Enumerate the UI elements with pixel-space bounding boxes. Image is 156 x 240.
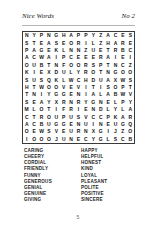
grid-cell-r15c2: O (30, 136, 37, 143)
grid-cell-r11c13: Y (112, 106, 119, 113)
grid-cell-r11c11: D (97, 106, 104, 113)
grid-cell-r14c1: O (23, 128, 30, 135)
grid-cell-r6c6: U (60, 69, 67, 76)
grid-cell-r5c8: O (75, 62, 82, 69)
grid-cell-r4c7: C (67, 54, 74, 61)
grid-cell-r1c2: Y (30, 32, 37, 39)
grid-cell-r13c7: E (67, 121, 74, 128)
grid-cell-r11c8: I (75, 106, 82, 113)
grid-cell-r10c13: L (112, 99, 119, 106)
grid-cell-r15c13: S (112, 136, 119, 143)
grid-cell-r6c14: O (119, 69, 126, 76)
grid-cell-r5c14: C (119, 62, 126, 69)
grid-cell-r5c11: P (97, 62, 104, 69)
grid-cell-r2c11: Z (97, 39, 104, 46)
grid-cell-r9c12: A (104, 91, 111, 98)
grid-cell-r7c15: S (127, 76, 134, 83)
grid-cell-r1c9: P (82, 32, 89, 39)
word-list: CARINGCHEERYCORDIALFRIENDLYFUNNYGENEROUS… (24, 148, 137, 203)
grid-cell-r6c8: Y (75, 69, 82, 76)
grid-cell-r1c11: Z (97, 32, 104, 39)
grid-cell-r2c6: E (60, 39, 67, 46)
grid-cell-r6c5: D (53, 69, 60, 76)
grid-cell-r4c10: E (90, 54, 97, 61)
grid-cell-r14c11: G (97, 128, 104, 135)
word-item: SINCERE (81, 197, 137, 203)
grid-cell-r12c8: S (75, 113, 82, 120)
grid-cell-r11c5: I (53, 106, 60, 113)
grid-cell-r6c7: L (67, 69, 74, 76)
word-list-right-column: HAPPYHELPFULHONESTKINDLOYALPLEASANTPOLIT… (81, 148, 137, 203)
grid-cell-r13c15: Q (127, 121, 134, 128)
grid-cell-r2c1: S (23, 39, 30, 46)
word-item: GIVING (24, 197, 81, 203)
grid-cell-r12c1: C (23, 113, 30, 120)
grid-cell-r8c14: P (119, 84, 126, 91)
grid-cell-r14c12: I (104, 128, 111, 135)
grid-cell-r9c13: B (112, 91, 119, 98)
grid-cell-r14c4: S (45, 128, 52, 135)
grid-cell-r9c2: N (30, 91, 37, 98)
grid-cell-r9c9: I (82, 91, 89, 98)
grid-cell-r13c10: I (90, 121, 97, 128)
grid-cell-r7c12: A (104, 76, 111, 83)
word-search-grid: NYPNGHAPPYZACESSTEASEORILZHAREPAGEKLNNZU… (22, 31, 135, 144)
grid-cell-r13c4: U (45, 121, 52, 128)
grid-cell-r3c9: Z (82, 47, 89, 54)
grid-cell-r1c4: N (45, 32, 52, 39)
grid-cell-r14c5: V (53, 128, 60, 135)
grid-cell-r4c15: I (127, 54, 134, 61)
grid-cell-r8c11: I (97, 84, 104, 91)
grid-cell-r3c2: A (30, 47, 37, 54)
grid-cell-r8c3: W (38, 84, 45, 91)
grid-cell-r9c14: W (119, 91, 126, 98)
grid-cell-r9c15: V (127, 91, 134, 98)
header-rule (22, 25, 135, 26)
grid-cell-r3c10: U (90, 47, 97, 54)
grid-cell-r5c3: B (38, 62, 45, 69)
grid-cell-r10c6: R (60, 99, 67, 106)
grid-cell-r13c8: N (75, 121, 82, 128)
grid-cell-r12c7: U (67, 113, 74, 120)
grid-cell-r1c14: E (119, 32, 126, 39)
grid-cell-r8c13: O (112, 84, 119, 91)
grid-cell-r7c1: S (23, 76, 30, 83)
grid-cell-r10c7: N (67, 99, 74, 106)
grid-cell-r12c4: O (45, 113, 52, 120)
grid-cell-r13c11: N (97, 121, 104, 128)
puzzle-title: Nice Words (22, 12, 54, 20)
grid-cell-r13c13: U (112, 121, 119, 128)
grid-cell-r4c9: E (82, 54, 89, 61)
grid-cell-r14c14: Z (119, 128, 126, 135)
grid-cell-r1c7: A (67, 32, 74, 39)
grid-cell-r2c12: H (104, 39, 111, 46)
grid-cell-r13c3: B (38, 121, 45, 128)
grid-cell-r8c15: T (127, 84, 134, 91)
grid-cell-r4c8: E (75, 54, 82, 61)
grid-cell-r13c2: C (30, 121, 37, 128)
grid-cell-r8c7: E (67, 84, 74, 91)
grid-cell-r15c8: E (75, 136, 82, 143)
grid-cell-r3c5: K (53, 47, 60, 54)
grid-cell-r8c9: I (82, 84, 89, 91)
grid-cell-r3c6: L (60, 47, 67, 54)
grid-cell-r2c10: L (90, 39, 97, 46)
grid-cell-r14c8: R (75, 128, 82, 135)
grid-cell-r8c8: V (75, 84, 82, 91)
grid-cell-r13c6: G (60, 121, 67, 128)
grid-cell-r7c9: H (82, 76, 89, 83)
grid-cell-r4c13: I (112, 54, 119, 61)
grid-cell-r15c7: N (67, 136, 74, 143)
grid-cell-r2c7: O (67, 39, 74, 46)
grid-cell-r9c5: G (53, 91, 60, 98)
grid-cell-r10c2: E (30, 99, 37, 106)
grid-cell-r7c10: D (90, 76, 97, 83)
grid-cell-r5c5: N (53, 62, 60, 69)
grid-cell-r8c4: O (45, 84, 52, 91)
grid-cell-r7c4: Q (45, 76, 52, 83)
grid-cell-r3c12: T (104, 47, 111, 54)
grid-cell-r8c6: V (60, 84, 67, 91)
puzzle-page: Nice Words No 2 NYPNGHAPPYZACESSTEASEORI… (0, 0, 156, 240)
grid-cell-r6c11: T (97, 69, 104, 76)
grid-cell-r9c7: E (67, 91, 74, 98)
grid-cell-r14c2: E (30, 128, 37, 135)
grid-cell-r12c13: K (112, 113, 119, 120)
grid-cell-r11c10: N (90, 106, 97, 113)
grid-cell-r10c15: Y (127, 99, 134, 106)
grid-cell-r4c5: I (53, 54, 60, 61)
grid-cell-r5c1: O (23, 62, 30, 69)
grid-cell-r3c13: R (112, 47, 119, 54)
grid-cell-r7c8: C (75, 76, 82, 83)
grid-cell-r7c3: S (38, 76, 45, 83)
page-number: 5 (0, 214, 156, 220)
grid-cell-r4c14: E (119, 54, 126, 61)
grid-cell-r7c7: W (67, 76, 74, 83)
grid-cell-r12c5: U (53, 113, 60, 120)
grid-cell-r11c1: M (23, 106, 30, 113)
grid-cell-r3c4: E (45, 47, 52, 54)
grid-cell-r5c2: U (30, 62, 37, 69)
grid-cell-r7c13: X (112, 76, 119, 83)
grid-cell-r7c5: K (53, 76, 60, 83)
grid-cell-r10c11: N (97, 99, 104, 106)
grid-cell-r4c3: W (38, 54, 45, 61)
grid-cell-r14c10: X (90, 128, 97, 135)
grid-cell-r12c11: C (97, 113, 104, 120)
grid-cell-r5c15: Z (127, 62, 134, 69)
grid-cell-r14c13: J (112, 128, 119, 135)
grid-cell-r13c9: U (82, 121, 89, 128)
grid-cell-r6c15: O (127, 69, 134, 76)
word-list-left-column: CARINGCHEERYCORDIALFRIENDLYFUNNYGENEROUS… (24, 148, 81, 203)
grid-cell-r3c11: E (97, 47, 104, 54)
grid-cell-r4c2: C (30, 54, 37, 61)
grid-cell-r10c14: P (119, 99, 126, 106)
grid-cell-r9c10: A (90, 91, 97, 98)
grid-cell-r12c9: V (82, 113, 89, 120)
grid-cell-r6c10: O (90, 69, 97, 76)
grid-cell-r12c3: R (38, 113, 45, 120)
grid-cell-r9c11: L (97, 91, 104, 98)
puzzle-number: No 2 (122, 12, 135, 20)
grid-cell-r10c8: R (75, 99, 82, 106)
grid-cell-r6c2: I (30, 69, 37, 76)
grid-cell-r8c2: T (30, 84, 37, 91)
grid-cell-r2c15: E (127, 39, 134, 46)
grid-cell-r2c9: I (82, 39, 89, 46)
grid-cell-r5c7: O (67, 62, 74, 69)
grid-cell-r12c2: T (30, 113, 37, 120)
grid-cell-r12c12: P (104, 113, 111, 120)
grid-cell-r1c12: A (104, 32, 111, 39)
grid-cell-r14c9: N (82, 128, 89, 135)
grid-cell-r11c3: O (38, 106, 45, 113)
grid-cell-r2c5: S (53, 39, 60, 46)
grid-cell-r13c1: A (23, 121, 30, 128)
grid-cell-r10c12: E (104, 99, 111, 106)
grid-cell-r8c1: H (23, 84, 30, 91)
grid-cell-r5c6: F (60, 62, 67, 69)
grid-cell-r11c2: L (30, 106, 37, 113)
grid-cell-r8c10: T (90, 84, 97, 91)
grid-cell-r5c9: R (82, 62, 89, 69)
grid-cell-r7c14: W (119, 76, 126, 83)
grid-cell-r2c8: R (75, 39, 82, 46)
grid-cell-r7c6: L (60, 76, 67, 83)
grid-cell-r7c11: U (97, 76, 104, 83)
grid-cell-r1c1: N (23, 32, 30, 39)
grid-cell-r15c3: O (38, 136, 45, 143)
grid-cell-r11c12: L (104, 106, 111, 113)
grid-cell-r2c2: T (30, 39, 37, 46)
grid-cell-r6c13: G (112, 69, 119, 76)
grid-cell-r6c12: N (104, 69, 111, 76)
grid-cell-r15c9: C (82, 136, 89, 143)
grid-cell-r4c6: P (60, 54, 67, 61)
grid-cell-r10c4: Y (45, 99, 52, 106)
grid-cell-r14c6: E (60, 128, 67, 135)
grid-cell-r7c2: U (30, 76, 37, 83)
grid-cell-r3c1: P (23, 47, 30, 54)
grid-cell-r15c5: J (53, 136, 60, 143)
grid-cell-r1c13: C (112, 32, 119, 39)
grid-cell-r12c6: P (60, 113, 67, 120)
grid-cell-r8c5: O (53, 84, 60, 91)
grid-cell-r10c9: Y (82, 99, 89, 106)
grid-cell-r6c9: R (82, 69, 89, 76)
grid-cell-r2c14: R (119, 39, 126, 46)
grid-cell-r14c3: W (38, 128, 45, 135)
grid-cell-r15c11: G (97, 136, 104, 143)
grid-cell-r15c6: U (60, 136, 67, 143)
grid-cell-r5c10: S (90, 62, 97, 69)
grid-cell-r3c8: N (75, 47, 82, 54)
grid-cell-r9c4: Y (45, 91, 52, 98)
grid-cell-r15c12: L (104, 136, 111, 143)
grid-cell-r15c1: I (23, 136, 30, 143)
grid-cell-r13c5: G (53, 121, 60, 128)
grid-cell-r14c15: O (127, 128, 134, 135)
grid-cell-r1c15: S (127, 32, 134, 39)
grid-cell-r2c4: A (45, 39, 52, 46)
grid-cell-r2c13: A (112, 39, 119, 46)
grid-cell-r13c12: E (104, 121, 111, 128)
grid-cell-r3c3: G (38, 47, 45, 54)
grid-cell-r15c10: Y (90, 136, 97, 143)
grid-cell-r1c6: H (60, 32, 67, 39)
grid-cell-r11c14: L (119, 106, 126, 113)
grid-cell-r11c15: A (127, 106, 134, 113)
grid-cell-r12c14: A (119, 113, 126, 120)
grid-cell-r10c1: S (23, 99, 30, 106)
grid-cell-r11c7: R (67, 106, 74, 113)
grid-cell-r4c1: A (23, 54, 30, 61)
grid-cell-r12c15: R (127, 113, 134, 120)
grid-cell-r5c12: T (104, 62, 111, 69)
grid-cell-r3c14: B (119, 47, 126, 54)
grid-cell-r15c15: B (127, 136, 134, 143)
grid-cell-r10c3: A (38, 99, 45, 106)
grid-cell-r1c8: P (75, 32, 82, 39)
grid-cell-r9c8: N (75, 91, 82, 98)
grid-cell-r6c3: E (38, 69, 45, 76)
grid-cell-r6c4: X (45, 69, 52, 76)
grid-cell-r9c1: T (23, 91, 30, 98)
grid-cell-r5c13: N (112, 62, 119, 69)
grid-cell-r1c3: P (38, 32, 45, 39)
grid-cell-r4c11: R (97, 54, 104, 61)
grid-cell-r1c10: Y (90, 32, 97, 39)
grid-cell-r13c14: G (119, 121, 126, 128)
grid-cell-r3c15: C (127, 47, 134, 54)
grid-cell-r11c4: T (45, 106, 52, 113)
grid-cell-r11c6: F (60, 106, 67, 113)
grid-cell-r15c4: O (45, 136, 52, 143)
grid-cell-r6c1: K (23, 69, 30, 76)
grid-cell-r4c4: A (45, 54, 52, 61)
grid-cell-r2c3: E (38, 39, 45, 46)
grid-cell-r12c10: C (90, 113, 97, 120)
grid-cell-r10c5: X (53, 99, 60, 106)
grid-cell-r3c7: N (67, 47, 74, 54)
grid-cell-r10c10: G (90, 99, 97, 106)
grid-cell-r5c4: T (45, 62, 52, 69)
grid-cell-r11c9: E (82, 106, 89, 113)
page-header: Nice Words No 2 (22, 12, 135, 20)
grid-cell-r1c5: G (53, 32, 60, 39)
grid-cell-r14c7: U (67, 128, 74, 135)
grid-cell-r9c3: I (38, 91, 45, 98)
grid-cell-r8c12: S (104, 84, 111, 91)
grid-cell-r9c6: G (60, 91, 67, 98)
grid-cell-r15c14: C (119, 136, 126, 143)
grid-cell-r4c12: A (104, 54, 111, 61)
